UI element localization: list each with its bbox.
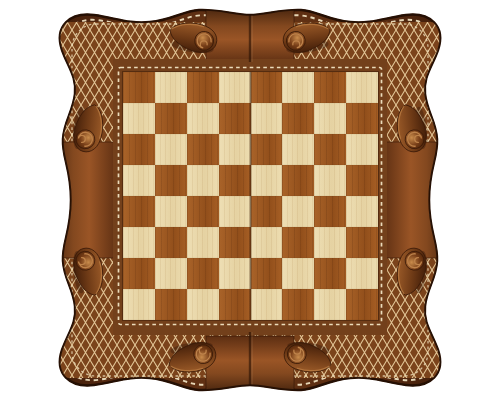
square-h5[interactable] <box>346 165 378 196</box>
square-f7[interactable] <box>282 103 314 134</box>
square-h8[interactable] <box>346 72 378 103</box>
left-edge-band <box>54 142 118 258</box>
square-g3[interactable] <box>314 227 346 258</box>
square-d4[interactable] <box>219 196 251 227</box>
square-e6[interactable] <box>251 134 283 165</box>
square-e4[interactable] <box>251 196 283 227</box>
square-c3[interactable] <box>187 227 219 258</box>
square-f8[interactable] <box>282 72 314 103</box>
square-b8[interactable] <box>155 72 187 103</box>
square-a7[interactable] <box>123 103 155 134</box>
square-g5[interactable] <box>314 165 346 196</box>
square-g8[interactable] <box>314 72 346 103</box>
chess-board <box>123 72 378 320</box>
square-f2[interactable] <box>282 258 314 289</box>
square-d5[interactable] <box>219 165 251 196</box>
square-d7[interactable] <box>219 103 251 134</box>
square-e8[interactable] <box>251 72 283 103</box>
square-f5[interactable] <box>282 165 314 196</box>
square-a8[interactable] <box>123 72 155 103</box>
square-a1[interactable] <box>123 289 155 320</box>
square-a4[interactable] <box>123 196 155 227</box>
square-d2[interactable] <box>219 258 251 289</box>
square-e5[interactable] <box>251 165 283 196</box>
square-g2[interactable] <box>314 258 346 289</box>
square-c8[interactable] <box>187 72 219 103</box>
square-c6[interactable] <box>187 134 219 165</box>
square-d6[interactable] <box>219 134 251 165</box>
square-c4[interactable] <box>187 196 219 227</box>
square-a5[interactable] <box>123 165 155 196</box>
square-c7[interactable] <box>187 103 219 134</box>
square-h7[interactable] <box>346 103 378 134</box>
square-b5[interactable] <box>155 165 187 196</box>
square-d3[interactable] <box>219 227 251 258</box>
square-g1[interactable] <box>314 289 346 320</box>
square-a6[interactable] <box>123 134 155 165</box>
square-e7[interactable] <box>251 103 283 134</box>
square-b6[interactable] <box>155 134 187 165</box>
square-e1[interactable] <box>251 289 283 320</box>
square-b1[interactable] <box>155 289 187 320</box>
square-h2[interactable] <box>346 258 378 289</box>
square-d8[interactable] <box>219 72 251 103</box>
square-h3[interactable] <box>346 227 378 258</box>
square-e2[interactable] <box>251 258 283 289</box>
square-f6[interactable] <box>282 134 314 165</box>
square-c5[interactable] <box>187 165 219 196</box>
square-g4[interactable] <box>314 196 346 227</box>
square-d1[interactable] <box>219 289 251 320</box>
square-h6[interactable] <box>346 134 378 165</box>
square-e3[interactable] <box>251 227 283 258</box>
square-f4[interactable] <box>282 196 314 227</box>
square-b2[interactable] <box>155 258 187 289</box>
square-b3[interactable] <box>155 227 187 258</box>
square-b7[interactable] <box>155 103 187 134</box>
square-c2[interactable] <box>187 258 219 289</box>
square-g6[interactable] <box>314 134 346 165</box>
square-f1[interactable] <box>282 289 314 320</box>
product-photo-stage <box>0 0 500 400</box>
square-a2[interactable] <box>123 258 155 289</box>
square-g7[interactable] <box>314 103 346 134</box>
square-f3[interactable] <box>282 227 314 258</box>
square-h4[interactable] <box>346 196 378 227</box>
square-h1[interactable] <box>346 289 378 320</box>
right-edge-band <box>382 142 446 258</box>
square-c1[interactable] <box>187 289 219 320</box>
square-a3[interactable] <box>123 227 155 258</box>
square-b4[interactable] <box>155 196 187 227</box>
